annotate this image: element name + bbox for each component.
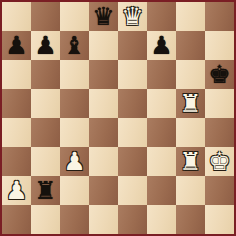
square-f5[interactable] (147, 89, 176, 118)
square-e5[interactable] (118, 89, 147, 118)
white-queen-e8[interactable]: ♛ (121, 4, 143, 29)
square-f3[interactable] (147, 147, 176, 176)
square-d1[interactable] (89, 205, 118, 234)
square-e8[interactable]: ♛ (118, 2, 147, 31)
square-e6[interactable] (118, 60, 147, 89)
square-f2[interactable] (147, 176, 176, 205)
square-a4[interactable] (2, 118, 31, 147)
square-h2[interactable] (205, 176, 234, 205)
square-g8[interactable] (176, 2, 205, 31)
square-b7[interactable]: ♟ (31, 31, 60, 60)
square-h5[interactable] (205, 89, 234, 118)
square-d7[interactable] (89, 31, 118, 60)
square-h7[interactable] (205, 31, 234, 60)
square-f6[interactable] (147, 60, 176, 89)
chess-board: ♛♛♟♟♝♟♚♜♟♜♚♟♜ (2, 2, 234, 234)
square-c4[interactable] (60, 118, 89, 147)
square-b5[interactable] (31, 89, 60, 118)
square-f7[interactable]: ♟ (147, 31, 176, 60)
square-b2[interactable]: ♜ (31, 176, 60, 205)
square-b3[interactable] (31, 147, 60, 176)
square-g6[interactable] (176, 60, 205, 89)
black-queen-d8[interactable]: ♛ (92, 4, 114, 29)
square-a7[interactable]: ♟ (2, 31, 31, 60)
square-e4[interactable] (118, 118, 147, 147)
white-rook-g5[interactable]: ♜ (179, 91, 201, 116)
square-a2[interactable]: ♟ (2, 176, 31, 205)
square-c5[interactable] (60, 89, 89, 118)
square-b4[interactable] (31, 118, 60, 147)
square-e1[interactable] (118, 205, 147, 234)
black-bishop-c7[interactable]: ♝ (63, 33, 85, 58)
square-c3[interactable]: ♟ (60, 147, 89, 176)
square-g3[interactable]: ♜ (176, 147, 205, 176)
square-d5[interactable] (89, 89, 118, 118)
square-d6[interactable] (89, 60, 118, 89)
square-a6[interactable] (2, 60, 31, 89)
square-h3[interactable]: ♚ (205, 147, 234, 176)
square-b1[interactable] (31, 205, 60, 234)
black-pawn-a7[interactable]: ♟ (5, 33, 27, 58)
white-pawn-c3[interactable]: ♟ (63, 149, 85, 174)
square-a1[interactable] (2, 205, 31, 234)
square-e2[interactable] (118, 176, 147, 205)
square-f4[interactable] (147, 118, 176, 147)
square-g2[interactable] (176, 176, 205, 205)
square-c2[interactable] (60, 176, 89, 205)
square-d2[interactable] (89, 176, 118, 205)
square-c6[interactable] (60, 60, 89, 89)
black-pawn-b7[interactable]: ♟ (34, 33, 56, 58)
white-pawn-a2[interactable]: ♟ (5, 178, 27, 203)
square-d8[interactable]: ♛ (89, 2, 118, 31)
square-b8[interactable] (31, 2, 60, 31)
white-rook-g3[interactable]: ♜ (179, 149, 201, 174)
white-king-h3[interactable]: ♚ (208, 149, 230, 174)
black-rook-b2[interactable]: ♜ (34, 178, 56, 203)
square-a5[interactable] (2, 89, 31, 118)
square-d3[interactable] (89, 147, 118, 176)
black-king-h6[interactable]: ♚ (208, 62, 230, 87)
square-h1[interactable] (205, 205, 234, 234)
square-c7[interactable]: ♝ (60, 31, 89, 60)
square-h6[interactable]: ♚ (205, 60, 234, 89)
square-g1[interactable] (176, 205, 205, 234)
black-pawn-f7[interactable]: ♟ (150, 33, 172, 58)
square-d4[interactable] (89, 118, 118, 147)
square-a8[interactable] (2, 2, 31, 31)
square-h8[interactable] (205, 2, 234, 31)
square-b6[interactable] (31, 60, 60, 89)
square-g7[interactable] (176, 31, 205, 60)
square-c8[interactable] (60, 2, 89, 31)
square-h4[interactable] (205, 118, 234, 147)
square-a3[interactable] (2, 147, 31, 176)
square-g4[interactable] (176, 118, 205, 147)
square-f1[interactable] (147, 205, 176, 234)
square-e3[interactable] (118, 147, 147, 176)
square-c1[interactable] (60, 205, 89, 234)
square-e7[interactable] (118, 31, 147, 60)
square-f8[interactable] (147, 2, 176, 31)
square-g5[interactable]: ♜ (176, 89, 205, 118)
chess-board-frame: ♛♛♟♟♝♟♚♜♟♜♚♟♜ (0, 0, 236, 236)
